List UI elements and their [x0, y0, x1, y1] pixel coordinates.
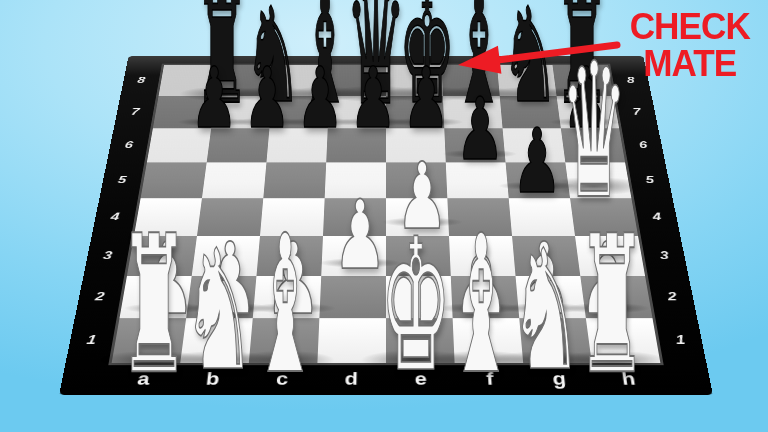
rank-label-right-7: 7: [623, 107, 650, 118]
square-c6[interactable]: [266, 128, 327, 162]
square-g3[interactable]: [512, 236, 580, 276]
square-f5[interactable]: [446, 162, 509, 198]
square-d3[interactable]: [321, 236, 386, 276]
square-c2[interactable]: [253, 276, 321, 318]
square-h3[interactable]: [575, 236, 645, 276]
rank-label-left-4: 4: [101, 211, 130, 224]
square-g2[interactable]: [516, 276, 586, 318]
square-d6[interactable]: [326, 128, 386, 162]
rank-label-left-8: 8: [128, 75, 154, 85]
square-d7[interactable]: [328, 96, 386, 128]
square-e5[interactable]: [386, 162, 447, 198]
square-h7[interactable]: [557, 96, 620, 128]
square-d2[interactable]: [319, 276, 386, 318]
chess-board: 8877665544332211abcdefgh: [59, 0, 713, 395]
square-b3[interactable]: [192, 236, 260, 276]
square-f2[interactable]: [451, 276, 519, 318]
file-label-g: g: [524, 369, 596, 389]
file-label-c: c: [246, 369, 317, 389]
playing-area: [108, 64, 663, 366]
rank-label-left-7: 7: [122, 107, 149, 118]
square-b8[interactable]: [215, 65, 275, 96]
square-h6[interactable]: [561, 128, 625, 162]
square-a7[interactable]: [153, 96, 216, 128]
square-a4[interactable]: [134, 198, 202, 236]
rank-label-right-6: 6: [629, 140, 656, 151]
square-e4[interactable]: [386, 198, 449, 236]
square-c1[interactable]: [249, 318, 320, 363]
file-label-d: d: [316, 369, 386, 389]
file-label-f: f: [455, 369, 526, 389]
square-c3[interactable]: [256, 236, 323, 276]
square-e2[interactable]: [386, 276, 453, 318]
square-e7[interactable]: [386, 96, 444, 128]
square-c4[interactable]: [260, 198, 325, 236]
square-g7[interactable]: [500, 96, 561, 128]
square-d4[interactable]: [323, 198, 386, 236]
square-e6[interactable]: [386, 128, 446, 162]
rank-label-left-2: 2: [84, 290, 115, 304]
caption-line2: MATE: [617, 45, 763, 82]
square-g8[interactable]: [497, 65, 557, 96]
square-a5[interactable]: [141, 162, 207, 198]
square-b5[interactable]: [202, 162, 267, 198]
file-label-b: b: [177, 369, 249, 389]
square-h1[interactable]: [586, 318, 660, 363]
rank-label-right-1: 1: [665, 333, 697, 348]
square-c5[interactable]: [263, 162, 326, 198]
scene: 8877665544332211abcdefgh ♜♞♝♛♚♝♞♜♟♟♟♟♟♟♟…: [0, 0, 768, 432]
caption-line1: CHECK: [617, 8, 763, 45]
square-f4[interactable]: [447, 198, 512, 236]
square-h2[interactable]: [580, 276, 652, 318]
square-d8[interactable]: [329, 65, 386, 96]
square-a1[interactable]: [112, 318, 186, 363]
square-c7[interactable]: [269, 96, 329, 128]
file-label-h: h: [593, 369, 665, 389]
square-g4[interactable]: [509, 198, 575, 236]
rank-label-left-6: 6: [115, 140, 142, 151]
rank-label-right-3: 3: [649, 249, 679, 262]
square-d5[interactable]: [325, 162, 386, 198]
square-g5[interactable]: [506, 162, 571, 198]
square-f1[interactable]: [453, 318, 524, 363]
square-g6[interactable]: [503, 128, 566, 162]
rank-label-left-1: 1: [75, 333, 107, 348]
square-a3[interactable]: [127, 236, 197, 276]
square-f3[interactable]: [449, 236, 516, 276]
square-f6[interactable]: [444, 128, 505, 162]
square-d1[interactable]: [317, 318, 386, 363]
square-b2[interactable]: [186, 276, 256, 318]
rank-label-right-2: 2: [657, 290, 688, 304]
square-g1[interactable]: [519, 318, 592, 363]
square-e3[interactable]: [386, 236, 451, 276]
rank-label-right-4: 4: [642, 211, 671, 224]
square-h5[interactable]: [565, 162, 631, 198]
square-a8[interactable]: [159, 65, 220, 96]
square-h8[interactable]: [552, 65, 613, 96]
file-label-e: e: [386, 369, 456, 389]
square-b1[interactable]: [180, 318, 253, 363]
square-b6[interactable]: [207, 128, 270, 162]
rank-label-left-3: 3: [93, 249, 123, 262]
square-e1[interactable]: [386, 318, 455, 363]
square-b7[interactable]: [211, 96, 272, 128]
square-c8[interactable]: [272, 65, 330, 96]
square-f7[interactable]: [443, 96, 503, 128]
square-f8[interactable]: [441, 65, 499, 96]
square-a6[interactable]: [147, 128, 211, 162]
square-b4[interactable]: [197, 198, 263, 236]
checkmate-caption: CHECK MATE: [617, 8, 763, 82]
file-label-a: a: [107, 369, 179, 389]
square-h4[interactable]: [570, 198, 638, 236]
rank-label-left-5: 5: [108, 174, 136, 186]
square-a2[interactable]: [119, 276, 191, 318]
board-plane: 8877665544332211abcdefgh: [59, 56, 713, 395]
square-e8[interactable]: [386, 65, 443, 96]
rank-label-right-5: 5: [636, 174, 664, 186]
